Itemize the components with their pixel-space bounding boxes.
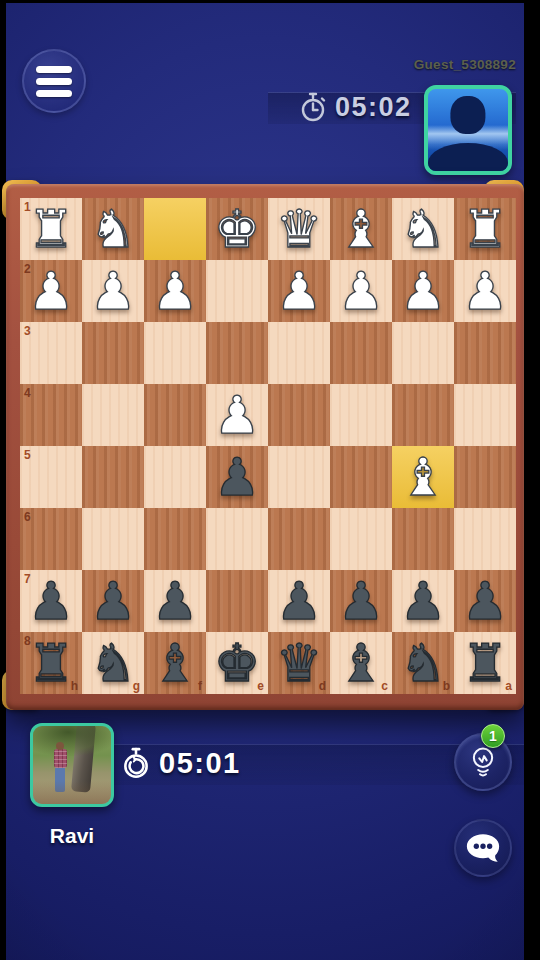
- black-king-e8[interactable]: ♚: [214, 637, 261, 689]
- square-a3[interactable]: [454, 322, 516, 384]
- white-pawn-d2[interactable]: ♟: [276, 265, 323, 317]
- square-d4[interactable]: [268, 384, 330, 446]
- square-e7[interactable]: [206, 570, 268, 632]
- white-rook-h1[interactable]: ♜: [28, 203, 75, 255]
- square-h5[interactable]: 5: [20, 446, 82, 508]
- square-c4[interactable]: [330, 384, 392, 446]
- square-a1[interactable]: ♜: [454, 198, 516, 260]
- hint-badge: 1: [481, 724, 505, 748]
- square-f2[interactable]: ♟: [144, 260, 206, 322]
- black-pawn-b7[interactable]: ♟: [400, 575, 447, 627]
- black-rook-h8[interactable]: ♜: [28, 637, 75, 689]
- square-f7[interactable]: ♟: [144, 570, 206, 632]
- black-bishop-c8[interactable]: ♝: [338, 637, 385, 689]
- black-knight-b8[interactable]: ♞: [400, 637, 447, 689]
- square-h7[interactable]: 7♟: [20, 570, 82, 632]
- square-h1[interactable]: 1♜: [20, 198, 82, 260]
- square-d1[interactable]: ♛: [268, 198, 330, 260]
- hint-badge-count: 1: [489, 728, 497, 744]
- photo-ground: [33, 781, 111, 804]
- opponent-clock: 05:02: [300, 90, 412, 124]
- menu-button[interactable]: [22, 49, 86, 113]
- black-bishop-f8[interactable]: ♝: [152, 637, 199, 689]
- square-g7[interactable]: ♟: [82, 570, 144, 632]
- photo-tree-canopy: [30, 723, 114, 756]
- square-c3[interactable]: [330, 322, 392, 384]
- white-bishop-c1[interactable]: ♝: [338, 203, 385, 255]
- square-c6[interactable]: [330, 508, 392, 570]
- square-a2[interactable]: ♟: [454, 260, 516, 322]
- square-b5[interactable]: ♝: [392, 446, 454, 508]
- black-pawn-h7[interactable]: ♟: [28, 575, 75, 627]
- square-c7[interactable]: ♟: [330, 570, 392, 632]
- black-knight-g8[interactable]: ♞: [90, 637, 137, 689]
- square-b6[interactable]: [392, 508, 454, 570]
- rank-label-6: 6: [24, 510, 31, 524]
- square-b7[interactable]: ♟: [392, 570, 454, 632]
- white-pawn-b2[interactable]: ♟: [400, 265, 447, 317]
- silhouette-head: [450, 96, 485, 134]
- square-d3[interactable]: [268, 322, 330, 384]
- square-h3[interactable]: 3: [20, 322, 82, 384]
- square-e8[interactable]: e♚: [206, 632, 268, 694]
- board-squares: 1♜♞♚♛♝♞♜2♟♟♟♟♟♟♟34♟5♟♝67♟♟♟♟♟♟♟8h♜g♞f♝e♚…: [20, 198, 516, 694]
- photo-person-shirt: [54, 749, 66, 768]
- square-h4[interactable]: 4: [20, 384, 82, 446]
- rank-label-5: 5: [24, 448, 31, 462]
- square-e6[interactable]: [206, 508, 268, 570]
- silhouette-shoulders: [428, 143, 508, 175]
- square-f6[interactable]: [144, 508, 206, 570]
- square-g2[interactable]: ♟: [82, 260, 144, 322]
- square-a6[interactable]: [454, 508, 516, 570]
- rank-label-3: 3: [24, 324, 31, 338]
- player-clock: 05:01: [122, 742, 241, 784]
- square-b1[interactable]: ♞: [392, 198, 454, 260]
- square-g1[interactable]: ♞: [82, 198, 144, 260]
- square-e3[interactable]: [206, 322, 268, 384]
- black-pawn-g7[interactable]: ♟: [90, 575, 137, 627]
- opponent-name: Guest_5308892: [414, 57, 516, 72]
- player-name: Ravi: [30, 824, 114, 848]
- square-f4[interactable]: [144, 384, 206, 446]
- square-e2[interactable]: [206, 260, 268, 322]
- square-h6[interactable]: 6: [20, 508, 82, 570]
- square-e5[interactable]: ♟: [206, 446, 268, 508]
- square-b8[interactable]: b♞: [392, 632, 454, 694]
- square-c1[interactable]: ♝: [330, 198, 392, 260]
- square-c8[interactable]: c♝: [330, 632, 392, 694]
- chat-bubble-icon: [464, 832, 502, 865]
- square-c5[interactable]: [330, 446, 392, 508]
- square-e1[interactable]: ♚: [206, 198, 268, 260]
- app-screen: Guest_5308892 05:02 1♜♞♚♛♝♞♜2♟♟♟♟♟♟♟34♟5…: [0, 0, 540, 960]
- file-label-f: f: [198, 679, 202, 693]
- stopwatch-icon: [122, 747, 150, 780]
- square-f5[interactable]: [144, 446, 206, 508]
- white-pawn-g2[interactable]: ♟: [90, 265, 137, 317]
- white-knight-g1[interactable]: ♞: [90, 203, 137, 255]
- square-c2[interactable]: ♟: [330, 260, 392, 322]
- hamburger-icon: [24, 66, 84, 97]
- opponent-clock-text: 05:02: [335, 92, 412, 123]
- player-avatar[interactable]: [30, 723, 114, 807]
- square-d6[interactable]: [268, 508, 330, 570]
- white-pawn-e4[interactable]: ♟: [214, 389, 261, 441]
- white-knight-b1[interactable]: ♞: [400, 203, 447, 255]
- black-pawn-a7[interactable]: ♟: [462, 575, 509, 627]
- rank-label-4: 4: [24, 386, 31, 400]
- square-g3[interactable]: [82, 322, 144, 384]
- black-pawn-f7[interactable]: ♟: [152, 575, 199, 627]
- black-queen-d8[interactable]: ♛: [276, 637, 323, 689]
- player-clock-text: 05:01: [159, 747, 241, 780]
- stopwatch-icon: [300, 92, 326, 123]
- black-rook-a8[interactable]: ♜: [462, 637, 509, 689]
- square-d2[interactable]: ♟: [268, 260, 330, 322]
- square-g4[interactable]: [82, 384, 144, 446]
- square-h8[interactable]: 8h♜: [20, 632, 82, 694]
- chat-button[interactable]: [454, 819, 512, 877]
- lightbulb-icon: [469, 745, 497, 779]
- square-g5[interactable]: [82, 446, 144, 508]
- black-pawn-d7[interactable]: ♟: [276, 575, 323, 627]
- square-d7[interactable]: ♟: [268, 570, 330, 632]
- square-e4[interactable]: ♟: [206, 384, 268, 446]
- square-g8[interactable]: g♞: [82, 632, 144, 694]
- white-pawn-c2[interactable]: ♟: [338, 265, 385, 317]
- square-d8[interactable]: d♛: [268, 632, 330, 694]
- square-g6[interactable]: [82, 508, 144, 570]
- white-queen-d1[interactable]: ♛: [276, 203, 323, 255]
- white-pawn-f2[interactable]: ♟: [152, 265, 199, 317]
- opponent-avatar[interactable]: [424, 85, 512, 175]
- square-h2[interactable]: 2♟: [20, 260, 82, 322]
- square-a5[interactable]: [454, 446, 516, 508]
- square-d5[interactable]: [268, 446, 330, 508]
- square-b2[interactable]: ♟: [392, 260, 454, 322]
- white-king-e1[interactable]: ♚: [214, 203, 261, 255]
- square-f1[interactable]: [144, 198, 206, 260]
- white-rook-a1[interactable]: ♜: [462, 203, 509, 255]
- square-f3[interactable]: [144, 322, 206, 384]
- square-a4[interactable]: [454, 384, 516, 446]
- white-pawn-a2[interactable]: ♟: [462, 265, 509, 317]
- square-a7[interactable]: ♟: [454, 570, 516, 632]
- square-a8[interactable]: a♜: [454, 632, 516, 694]
- black-pawn-c7[interactable]: ♟: [338, 575, 385, 627]
- black-pawn-e5[interactable]: ♟: [214, 451, 261, 503]
- square-b4[interactable]: [392, 384, 454, 446]
- square-f8[interactable]: f♝: [144, 632, 206, 694]
- white-pawn-h2[interactable]: ♟: [28, 265, 75, 317]
- square-b3[interactable]: [392, 322, 454, 384]
- white-bishop-b5[interactable]: ♝: [400, 451, 447, 503]
